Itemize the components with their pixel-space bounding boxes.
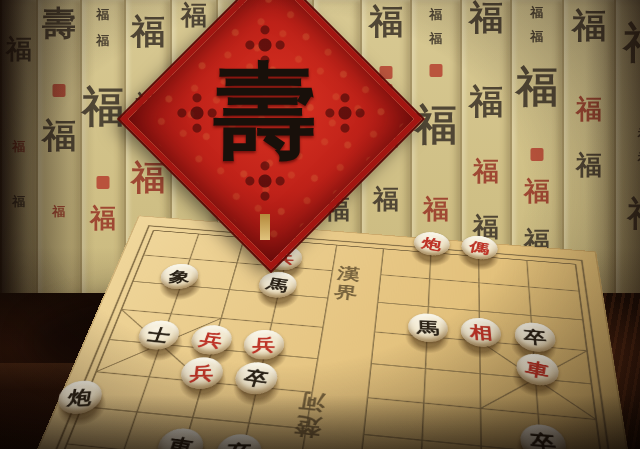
calligraphy-char: 福 (42, 118, 76, 152)
piece-character: 相 (469, 323, 493, 340)
piece-character: 馬 (416, 319, 439, 336)
calligraphy-char: 福 (516, 66, 558, 108)
calligraphy-char: 福 (415, 104, 457, 146)
calligraphy-char: 福 (430, 8, 443, 21)
calligraphy-char: 福 (82, 86, 124, 128)
piece-character: 士 (145, 326, 173, 344)
piece-character: 兵 (252, 336, 276, 353)
piece-character: 兵 (198, 330, 226, 349)
calligraphy-char: 壽 (42, 6, 76, 40)
seal-stamp-icon (531, 148, 544, 161)
piece-character: 卒 (242, 367, 270, 388)
piece-character: 卒 (523, 328, 547, 346)
longevity-banner: 壽 (148, 0, 388, 242)
calligraphy-char: 福 (13, 140, 26, 153)
piece-character: 炮 (66, 387, 94, 407)
seal-stamp-icon (97, 176, 110, 189)
seal-stamp-icon (430, 64, 443, 77)
piece-character: 卒 (226, 442, 253, 449)
photo-scene: 福福福壽福福福福福福福福福福福福福福福福福福福福福福福福福福福福福福福福福福福福… (0, 0, 640, 449)
piece-character: 馬 (265, 276, 290, 293)
seal-stamp-icon (53, 84, 66, 97)
piece-character: 炮 (420, 236, 443, 252)
calligraphy-char: 福 (531, 6, 544, 19)
piece-character: 傌 (468, 239, 491, 255)
banner-tassel (260, 214, 270, 240)
calligraphy-char: 福 (469, 84, 503, 118)
piece-character: 車 (524, 359, 550, 381)
calligraphy-char: 福 (531, 30, 544, 43)
calligraphy-char: 福 (572, 8, 606, 42)
calligraphy-char: 福 (624, 22, 640, 64)
piece-character: 卒 (529, 431, 557, 449)
calligraphy-char: 福 (576, 96, 602, 122)
calligraphy-char: 福 (97, 8, 110, 21)
calligraphy-char: 福 (97, 34, 110, 47)
piece-character: 兵 (189, 364, 214, 382)
shou-character: 壽 (148, 12, 382, 214)
calligraphy-char: 福 (576, 152, 602, 178)
xiangqi-board: 漢界 楚河 炮士象車兵兵卒卒兵馬兵兵馬炮相傌卒車卒 (12, 215, 640, 449)
calligraphy-char: 福 (430, 32, 443, 45)
piece-character: 象 (168, 269, 191, 284)
calligraphy-char: 福 (473, 158, 499, 184)
calligraphy-char: 福 (6, 36, 32, 62)
calligraphy-char: 福 (469, 0, 503, 34)
piece-character: 車 (165, 435, 196, 449)
